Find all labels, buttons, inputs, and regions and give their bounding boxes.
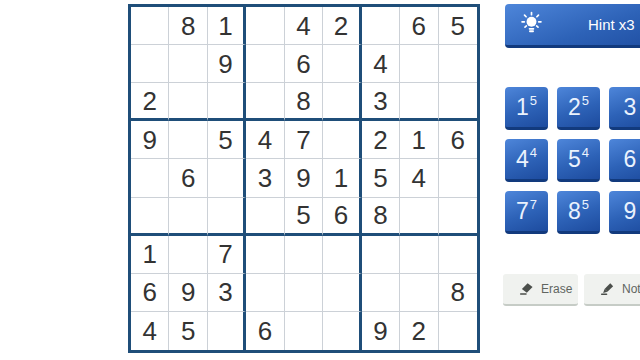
cell-r2c1[interactable] (131, 45, 169, 83)
cell-r3c9[interactable] (439, 83, 477, 121)
cell-r4c5[interactable]: 7 (285, 121, 323, 159)
cell-r7c5[interactable] (285, 236, 323, 274)
cell-r5c6[interactable]: 1 (323, 159, 361, 197)
cell-r6c4[interactable] (246, 198, 284, 236)
cell-r2c5[interactable]: 6 (285, 45, 323, 83)
numpad-button-9[interactable]: 9 (609, 191, 640, 234)
cell-r8c4[interactable] (246, 274, 284, 312)
hint-label: Hint x3 (588, 16, 635, 33)
lightbulb-icon (518, 10, 545, 40)
numpad-button-4[interactable]: 44 (505, 139, 548, 182)
cell-r8c8[interactable] (400, 274, 438, 312)
notes-label: Notes (622, 282, 640, 296)
cell-r9c9[interactable] (439, 312, 477, 350)
cell-r8c6[interactable] (323, 274, 361, 312)
cell-r7c3[interactable]: 7 (208, 236, 246, 274)
cell-r4c7[interactable]: 2 (362, 121, 400, 159)
numpad-digit: 2 (568, 96, 581, 119)
numpad-digit: 4 (516, 148, 529, 171)
cell-r5c5[interactable]: 9 (285, 159, 323, 197)
erase-button[interactable]: Erase (503, 274, 578, 306)
cell-r9c4[interactable]: 6 (246, 312, 284, 350)
cell-r1c4[interactable] (246, 7, 284, 45)
sudoku-app: { "game": "sudoku", "position": { "rows"… (0, 0, 640, 360)
cell-r2c8[interactable] (400, 45, 438, 83)
cell-r7c7[interactable] (362, 236, 400, 274)
cell-r2c4[interactable] (246, 45, 284, 83)
cell-r6c8[interactable] (400, 198, 438, 236)
hint-button[interactable]: Hint x3 (505, 4, 640, 48)
numpad-count: 5 (582, 198, 589, 211)
cell-r1c9[interactable]: 5 (439, 7, 477, 45)
cell-r4c1[interactable]: 9 (131, 121, 169, 159)
cell-r6c7[interactable]: 8 (362, 198, 400, 236)
cell-r8c3[interactable]: 3 (208, 274, 246, 312)
cell-r9c7[interactable]: 9 (362, 312, 400, 350)
numpad-digit: 5 (568, 148, 581, 171)
cell-r6c3[interactable] (208, 198, 246, 236)
cell-r3c3[interactable] (208, 83, 246, 121)
numpad-count: 4 (582, 146, 589, 159)
numpad-count: 4 (530, 146, 537, 159)
numpad-digit: 7 (516, 200, 529, 223)
cell-r1c6[interactable]: 2 (323, 7, 361, 45)
cell-r5c3[interactable] (208, 159, 246, 197)
cell-r1c5[interactable]: 4 (285, 7, 323, 45)
cell-r5c4[interactable]: 3 (246, 159, 284, 197)
cell-r6c1[interactable] (131, 198, 169, 236)
cell-r4c6[interactable] (323, 121, 361, 159)
cell-r8c1[interactable]: 6 (131, 274, 169, 312)
sudoku-board: 814265964283954721663915456817693845692 (128, 4, 480, 353)
notes-button[interactable]: Notes (584, 274, 640, 306)
cell-r5c1[interactable] (131, 159, 169, 197)
numpad-digit: 6 (624, 148, 637, 171)
cell-r7c4[interactable] (246, 236, 284, 274)
cell-r3c1[interactable]: 2 (131, 83, 169, 121)
cell-r3c5[interactable]: 8 (285, 83, 323, 121)
numpad-button-3[interactable]: 3 (609, 87, 640, 130)
cell-r9c6[interactable] (323, 312, 361, 350)
eraser-icon (517, 280, 535, 298)
cell-r4c4[interactable]: 4 (246, 121, 284, 159)
cell-r4c2[interactable] (169, 121, 207, 159)
cell-r6c2[interactable] (169, 198, 207, 236)
cell-r8c9[interactable]: 8 (439, 274, 477, 312)
cell-r7c8[interactable] (400, 236, 438, 274)
cell-r2c7[interactable]: 4 (362, 45, 400, 83)
cell-r5c2[interactable]: 6 (169, 159, 207, 197)
cell-r6c6[interactable]: 6 (323, 198, 361, 236)
numpad-button-8[interactable]: 85 (557, 191, 600, 234)
numpad-button-5[interactable]: 54 (557, 139, 600, 182)
cell-r6c9[interactable] (439, 198, 477, 236)
cell-r3c8[interactable] (400, 83, 438, 121)
cell-r2c3[interactable]: 9 (208, 45, 246, 83)
cell-r9c2[interactable]: 5 (169, 312, 207, 350)
cell-r4c3[interactable]: 5 (208, 121, 246, 159)
number-pad: 15 25 3 44 54 6 77 85 9 (505, 87, 640, 234)
cell-r8c7[interactable] (362, 274, 400, 312)
numpad-digit: 3 (624, 96, 637, 119)
cell-r7c1[interactable]: 1 (131, 236, 169, 274)
cell-r7c9[interactable] (439, 236, 477, 274)
cell-r5c7[interactable]: 5 (362, 159, 400, 197)
numpad-button-1[interactable]: 15 (505, 87, 548, 130)
cell-r2c2[interactable] (169, 45, 207, 83)
cell-r2c6[interactable] (323, 45, 361, 83)
cell-r7c2[interactable] (169, 236, 207, 274)
cell-r4c8[interactable]: 1 (400, 121, 438, 159)
cell-r9c3[interactable] (208, 312, 246, 350)
cell-r1c3[interactable]: 1 (208, 7, 246, 45)
cell-r9c1[interactable]: 4 (131, 312, 169, 350)
cell-r9c5[interactable] (285, 312, 323, 350)
numpad-count: 5 (530, 94, 537, 107)
numpad-digit: 8 (568, 200, 581, 223)
numpad-button-7[interactable]: 77 (505, 191, 548, 234)
cell-r3c4[interactable] (246, 83, 284, 121)
numpad-button-2[interactable]: 25 (557, 87, 600, 130)
numpad-button-6[interactable]: 6 (609, 139, 640, 182)
cell-r7c6[interactable] (323, 236, 361, 274)
cell-r8c2[interactable]: 9 (169, 274, 207, 312)
cell-r3c6[interactable] (323, 83, 361, 121)
numpad-digit: 9 (624, 200, 637, 223)
cell-r6c5[interactable]: 5 (285, 198, 323, 236)
erase-label: Erase (541, 282, 572, 296)
cell-r5c8[interactable]: 4 (400, 159, 438, 197)
numpad-count: 5 (582, 94, 589, 107)
numpad-digit: 1 (516, 96, 529, 119)
cell-r1c7[interactable] (362, 7, 400, 45)
cell-r4c9[interactable]: 6 (439, 121, 477, 159)
cell-r9c8[interactable]: 2 (400, 312, 438, 350)
cell-r3c2[interactable] (169, 83, 207, 121)
cell-r5c9[interactable] (439, 159, 477, 197)
pencil-icon (598, 280, 616, 298)
cell-r1c8[interactable]: 6 (400, 7, 438, 45)
cell-r1c1[interactable] (131, 7, 169, 45)
numpad-count: 7 (530, 198, 537, 211)
cell-r1c2[interactable]: 8 (169, 7, 207, 45)
cell-r8c5[interactable] (285, 274, 323, 312)
cell-r2c9[interactable] (439, 45, 477, 83)
cell-r3c7[interactable]: 3 (362, 83, 400, 121)
